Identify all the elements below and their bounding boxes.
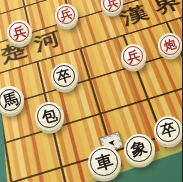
pieces-layer: 兵兵兵炮兵卒馬包卒象車 [0,0,182,182]
piece-character: 卒 [159,121,178,140]
piece-red-soldier[interactable]: 兵 [7,20,32,45]
piece-black-elephant[interactable]: 象 [124,134,155,165]
piece-character: 兵 [105,0,119,10]
piece-black-horse[interactable]: 馬 [0,86,24,114]
piece-red-soldier[interactable]: 兵 [101,0,123,14]
piece-black-soldier[interactable]: 卒 [51,63,78,90]
piece-character: 馬 [1,91,20,110]
piece-red-soldier[interactable]: 兵 [121,44,146,69]
piece-character: 炮 [163,38,178,53]
piece-red-cannon[interactable]: 炮 [158,33,182,57]
piece-character: 包 [40,107,59,126]
piece-black-cannon[interactable]: 包 [35,102,64,131]
piece-character: 兵 [125,48,141,64]
piece-character: 車 [93,151,114,172]
piece-black-chariot[interactable]: 車 [88,146,121,179]
piece-black-soldier[interactable]: 卒 [154,116,183,145]
piece-character: 象 [129,139,149,159]
scene: 楚河 漢界 ➤ 兵兵兵炮兵卒馬包卒象車 [0,0,182,182]
piece-character: 兵 [59,8,74,23]
piece-character: 卒 [55,67,72,84]
piece-character: 兵 [11,24,27,40]
piece-red-soldier[interactable]: 兵 [55,4,78,27]
